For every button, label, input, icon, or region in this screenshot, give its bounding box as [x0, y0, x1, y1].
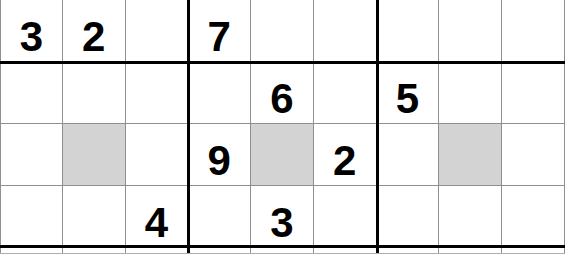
cell-r4c6[interactable]: [314, 186, 377, 248]
cell-r1c3[interactable]: [126, 0, 189, 62]
cell-r3c8[interactable]: [439, 124, 502, 186]
cell-r2c1[interactable]: [0, 62, 63, 124]
cell-r2c6[interactable]: [314, 62, 377, 124]
cell-r1c6[interactable]: [314, 0, 377, 62]
given-digit: 3: [20, 16, 43, 58]
given-digit: 2: [333, 140, 356, 182]
sudoku-grid: 327659243: [0, 0, 565, 254]
cell-r2c4[interactable]: [188, 62, 251, 124]
cell-r2c9[interactable]: [502, 62, 565, 124]
sudoku-board: 327659243: [0, 0, 565, 254]
cell-r4c4[interactable]: [188, 186, 251, 248]
box-boundary-horizontal-1: [0, 61, 565, 64]
cell-r1c9[interactable]: [502, 0, 565, 62]
box-boundary-vertical-1: [187, 0, 190, 254]
box-boundary-horizontal-2: [0, 245, 565, 248]
cell-r3c3[interactable]: [126, 124, 189, 186]
given-digit: 7: [208, 16, 231, 58]
cell-r3c6[interactable]: 2: [314, 124, 377, 186]
cell-r1c2[interactable]: 2: [63, 0, 126, 62]
given-digit: 6: [270, 78, 293, 120]
cell-r3c4[interactable]: 9: [188, 124, 251, 186]
cell-r1c8[interactable]: [439, 0, 502, 62]
cell-r2c8[interactable]: [439, 62, 502, 124]
cell-r4c5[interactable]: 3: [251, 186, 314, 248]
cell-r4c9[interactable]: [502, 186, 565, 248]
cell-r2c3[interactable]: [126, 62, 189, 124]
cell-r3c2[interactable]: [63, 124, 126, 186]
cell-r3c9[interactable]: [502, 124, 565, 186]
cell-r3c7[interactable]: [377, 124, 440, 186]
cell-r4c2[interactable]: [63, 186, 126, 248]
cell-r1c1[interactable]: 3: [0, 0, 63, 62]
cell-r4c3[interactable]: 4: [126, 186, 189, 248]
cell-r4c7[interactable]: [377, 186, 440, 248]
cell-r3c5[interactable]: [251, 124, 314, 186]
cell-r2c5[interactable]: 6: [251, 62, 314, 124]
given-digit: 9: [208, 140, 231, 182]
cell-r1c5[interactable]: [251, 0, 314, 62]
cell-r1c4[interactable]: 7: [188, 0, 251, 62]
box-boundary-vertical-2: [376, 0, 379, 254]
given-digit: 4: [145, 202, 168, 244]
cell-r4c1[interactable]: [0, 186, 63, 248]
given-digit: 3: [270, 202, 293, 244]
cell-r2c7[interactable]: 5: [377, 62, 440, 124]
cell-r1c7[interactable]: [377, 0, 440, 62]
cell-r2c2[interactable]: [63, 62, 126, 124]
given-digit: 2: [82, 16, 105, 58]
cell-r3c1[interactable]: [0, 124, 63, 186]
given-digit: 5: [396, 78, 419, 120]
cell-r4c8[interactable]: [439, 186, 502, 248]
